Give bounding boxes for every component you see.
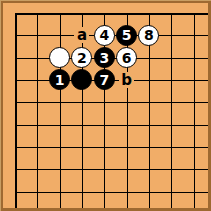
stone-number: 8 — [144, 28, 154, 42]
stone-black-3: 3 — [94, 47, 115, 68]
grid-line-vertical — [171, 13, 172, 208]
stone-black-5: 5 — [116, 25, 137, 46]
grid-line-horizontal — [15, 125, 208, 126]
go-board: ab23645817 — [3, 3, 208, 208]
grid-line-horizontal — [15, 169, 208, 170]
stone-number: 7 — [99, 73, 109, 87]
stone-black-7: 7 — [94, 69, 115, 90]
stone-number: 5 — [122, 28, 132, 42]
stone-number: 3 — [99, 51, 109, 65]
stone-white-8: 8 — [138, 25, 159, 46]
stone-black-1: 1 — [49, 69, 70, 90]
grid-line-horizontal — [15, 192, 208, 193]
stone-white-2: 2 — [71, 47, 92, 68]
stone-black — [71, 69, 92, 90]
stone-white — [49, 47, 70, 68]
grid-line-vertical — [60, 13, 61, 208]
grid-line-vertical — [15, 13, 17, 208]
stone-number: 6 — [122, 51, 132, 65]
stone-white-6: 6 — [116, 47, 137, 68]
stone-white-4: 4 — [94, 25, 115, 46]
point-label-a: a — [74, 27, 89, 43]
stone-number: 1 — [55, 73, 65, 87]
grid-line-vertical — [194, 13, 195, 208]
stone-number: 2 — [77, 51, 87, 65]
grid-line-horizontal — [15, 147, 208, 148]
diagram-frame: ab23645817 — [0, 0, 211, 211]
stone-number: 4 — [99, 28, 109, 42]
grid-line-horizontal — [15, 13, 208, 15]
point-label-b: b — [119, 72, 134, 88]
grid-line-horizontal — [15, 102, 208, 103]
grid-line-vertical — [37, 13, 38, 208]
